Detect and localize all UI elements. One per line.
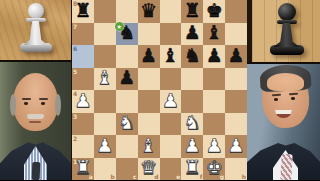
square-b1[interactable]: b bbox=[94, 158, 116, 181]
square-e1[interactable]: e bbox=[160, 158, 182, 181]
square-g7[interactable]: ♝ bbox=[203, 23, 225, 46]
white-player-portrait bbox=[0, 62, 71, 180]
square-a3[interactable]: 3 bbox=[72, 113, 94, 136]
square-f3[interactable]: ♞ bbox=[181, 113, 203, 136]
square-g5[interactable] bbox=[203, 68, 225, 91]
square-f7[interactable]: ♟ bbox=[181, 23, 203, 46]
square-c5[interactable]: ♟ bbox=[116, 68, 138, 91]
piece-white-pawn-f2[interactable]: ♟ bbox=[184, 136, 201, 155]
piece-black-pawn-d6[interactable]: ♟ bbox=[140, 46, 157, 65]
square-d4[interactable] bbox=[138, 90, 160, 113]
white-pawn-photo bbox=[0, 0, 71, 60]
square-d6[interactable]: ♟ bbox=[138, 45, 160, 68]
square-h7[interactable] bbox=[225, 23, 247, 46]
square-b8[interactable] bbox=[94, 0, 116, 23]
black-pawn-photo bbox=[247, 0, 320, 62]
rank-label-3: 3 bbox=[73, 113, 77, 120]
piece-black-rook-f8[interactable]: ♜ bbox=[184, 1, 201, 20]
square-c4[interactable] bbox=[116, 90, 138, 113]
square-b5[interactable]: ♝ bbox=[94, 68, 116, 91]
square-h4[interactable] bbox=[225, 90, 247, 113]
black-pawn-icon bbox=[270, 3, 304, 55]
square-b3[interactable] bbox=[94, 113, 116, 136]
square-g1[interactable]: g♚ bbox=[203, 158, 225, 181]
piece-black-king-g8[interactable]: ♚ bbox=[206, 1, 223, 20]
striped-tie bbox=[280, 154, 292, 180]
piece-black-bishop-e6[interactable]: ♝ bbox=[162, 46, 179, 65]
square-g4[interactable] bbox=[203, 90, 225, 113]
square-h3[interactable] bbox=[225, 113, 247, 136]
piece-white-bishop-d2[interactable]: ♝ bbox=[140, 136, 157, 155]
square-e2[interactable] bbox=[160, 135, 182, 158]
square-f4[interactable] bbox=[181, 90, 203, 113]
square-h5[interactable] bbox=[225, 68, 247, 91]
mustache bbox=[27, 114, 44, 119]
square-h2[interactable]: ♟ bbox=[225, 135, 247, 158]
piece-black-knight-f6[interactable]: ♞ bbox=[184, 46, 201, 65]
piece-white-rook-f1[interactable]: ♜ bbox=[184, 158, 201, 177]
square-a4[interactable]: 4♟ bbox=[72, 90, 94, 113]
square-c1[interactable]: c bbox=[116, 158, 138, 181]
square-h1[interactable]: h bbox=[225, 158, 247, 181]
piece-white-pawn-h2[interactable]: ♟ bbox=[228, 136, 245, 155]
piece-white-rook-a1[interactable]: ♜ bbox=[74, 158, 91, 177]
square-d8[interactable]: ♛ bbox=[138, 0, 160, 23]
file-label-e: e bbox=[176, 173, 180, 180]
square-e6[interactable]: ♝ bbox=[160, 45, 182, 68]
white-pawn-icon bbox=[20, 3, 52, 52]
square-f2[interactable]: ♟ bbox=[181, 135, 203, 158]
rank-label-5: 5 bbox=[73, 68, 77, 75]
square-c8[interactable] bbox=[116, 0, 138, 23]
piece-black-bishop-g7[interactable]: ♝ bbox=[206, 23, 223, 42]
square-c2[interactable] bbox=[116, 135, 138, 158]
piece-white-pawn-b2[interactable]: ♟ bbox=[96, 136, 113, 155]
square-h8[interactable] bbox=[225, 0, 247, 23]
square-d5[interactable] bbox=[138, 68, 160, 91]
square-b7[interactable] bbox=[94, 23, 116, 46]
piece-black-pawn-g6[interactable]: ♟ bbox=[206, 46, 223, 65]
square-e4[interactable]: ♟ bbox=[160, 90, 182, 113]
square-b4[interactable] bbox=[94, 90, 116, 113]
square-a7[interactable]: 7 bbox=[72, 23, 94, 46]
square-c6[interactable] bbox=[116, 45, 138, 68]
chess-board[interactable]: 8♜♛♜♚7♞★♟♝6♟♝♞♟♟5♝♟4♟♟3♞♞2♟♝♟♟♟1a♜bcd♛ef… bbox=[72, 0, 247, 180]
file-label-h: h bbox=[242, 173, 246, 180]
square-e3[interactable] bbox=[160, 113, 182, 136]
hair bbox=[55, 94, 61, 116]
hair bbox=[10, 94, 16, 116]
square-c7[interactable]: ♞★ bbox=[116, 23, 138, 46]
square-f1[interactable]: f♜ bbox=[181, 158, 203, 181]
square-g6[interactable]: ♟ bbox=[203, 45, 225, 68]
piece-white-queen-d1[interactable]: ♛ bbox=[140, 158, 157, 177]
screenshot: 8♜♛♜♚7♞★♟♝6♟♝♞♟♟5♝♟4♟♟3♞♞2♟♝♟♟♟1a♜bcd♛ef… bbox=[0, 0, 320, 180]
square-g2[interactable]: ♟ bbox=[203, 135, 225, 158]
piece-black-queen-d8[interactable]: ♛ bbox=[140, 1, 157, 20]
square-d1[interactable]: d♛ bbox=[138, 158, 160, 181]
square-g3[interactable] bbox=[203, 113, 225, 136]
rank-label-2: 2 bbox=[73, 135, 77, 142]
square-d3[interactable] bbox=[138, 113, 160, 136]
square-e8[interactable] bbox=[160, 0, 182, 23]
rank-label-7: 7 bbox=[73, 23, 77, 30]
piece-black-pawn-f7[interactable]: ♟ bbox=[184, 23, 201, 42]
square-d7[interactable] bbox=[138, 23, 160, 46]
square-f5[interactable] bbox=[181, 68, 203, 91]
right-panel bbox=[247, 0, 320, 180]
tie bbox=[32, 162, 41, 180]
black-player-portrait bbox=[247, 64, 320, 180]
best-move-star-icon: ★ bbox=[115, 22, 124, 31]
square-h6[interactable]: ♟ bbox=[225, 45, 247, 68]
square-a2[interactable]: 2 bbox=[72, 135, 94, 158]
square-b6[interactable] bbox=[94, 45, 116, 68]
left-panel bbox=[0, 0, 72, 180]
square-d2[interactable]: ♝ bbox=[138, 135, 160, 158]
piece-white-knight-f3[interactable]: ♞ bbox=[184, 113, 201, 132]
piece-white-pawn-g2[interactable]: ♟ bbox=[206, 136, 223, 155]
piece-black-pawn-c5[interactable]: ♟ bbox=[118, 68, 135, 87]
square-f6[interactable]: ♞ bbox=[181, 45, 203, 68]
square-f8[interactable]: ♜ bbox=[181, 0, 203, 23]
square-a5[interactable]: 5 bbox=[72, 68, 94, 91]
file-label-c: c bbox=[133, 173, 137, 180]
piece-white-pawn-a4[interactable]: ♟ bbox=[74, 91, 91, 110]
piece-white-bishop-b5[interactable]: ♝ bbox=[96, 68, 113, 87]
piece-black-pawn-h6[interactable]: ♟ bbox=[228, 46, 245, 65]
file-label-b: b bbox=[110, 173, 114, 180]
square-e7[interactable] bbox=[160, 23, 182, 46]
piece-black-rook-a8[interactable]: ♜ bbox=[74, 1, 91, 20]
square-g8[interactable]: ♚ bbox=[203, 0, 225, 23]
square-e5[interactable] bbox=[160, 68, 182, 91]
rank-label-6: 6 bbox=[73, 45, 77, 52]
square-a1[interactable]: 1a♜ bbox=[72, 158, 94, 181]
square-c3[interactable]: ♞ bbox=[116, 113, 138, 136]
piece-white-king-g1[interactable]: ♚ bbox=[206, 158, 223, 177]
piece-white-pawn-e4[interactable]: ♟ bbox=[162, 91, 179, 110]
square-a6[interactable]: 6 bbox=[72, 45, 94, 68]
square-b2[interactable]: ♟ bbox=[94, 135, 116, 158]
square-a8[interactable]: 8♜ bbox=[72, 0, 94, 23]
piece-white-knight-c3[interactable]: ♞ bbox=[118, 113, 135, 132]
